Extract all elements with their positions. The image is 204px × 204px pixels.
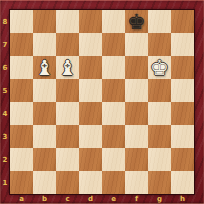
square-e4[interactable]: [102, 102, 125, 125]
square-e3[interactable]: [102, 125, 125, 148]
square-g5[interactable]: [148, 79, 171, 102]
square-h8[interactable]: [171, 10, 194, 33]
square-g2[interactable]: [148, 148, 171, 171]
square-b5[interactable]: [33, 79, 56, 102]
square-c8[interactable]: [56, 10, 79, 33]
square-g3[interactable]: [148, 125, 171, 148]
file-label-a: a: [10, 194, 33, 204]
square-a7[interactable]: [10, 33, 33, 56]
square-h5[interactable]: [171, 79, 194, 102]
square-h7[interactable]: [171, 33, 194, 56]
square-h2[interactable]: [171, 148, 194, 171]
file-label-h: h: [171, 194, 194, 204]
square-a5[interactable]: [10, 79, 33, 102]
square-c5[interactable]: [56, 79, 79, 102]
square-a6[interactable]: [10, 56, 33, 79]
white-bishop[interactable]: ♝: [33, 56, 56, 79]
square-a2[interactable]: [10, 148, 33, 171]
black-king[interactable]: ♚: [125, 10, 148, 33]
rank-label-2: 2: [0, 148, 10, 171]
board-squares: ♚♝♝♚: [10, 10, 194, 194]
square-c6[interactable]: ♝: [56, 56, 79, 79]
square-f7[interactable]: [125, 33, 148, 56]
rank-label-6: 6: [0, 56, 10, 79]
square-e6[interactable]: [102, 56, 125, 79]
file-label-b: b: [33, 194, 56, 204]
square-d5[interactable]: [79, 79, 102, 102]
white-bishop[interactable]: ♝: [56, 56, 79, 79]
square-d1[interactable]: [79, 171, 102, 194]
square-g1[interactable]: [148, 171, 171, 194]
square-c7[interactable]: [56, 33, 79, 56]
square-d7[interactable]: [79, 33, 102, 56]
rank-label-4: 4: [0, 102, 10, 125]
square-f6[interactable]: [125, 56, 148, 79]
square-b2[interactable]: [33, 148, 56, 171]
chessboard: ♚♝♝♚ 87654321abcdefgh: [0, 0, 204, 204]
square-f8[interactable]: ♚: [125, 10, 148, 33]
square-b1[interactable]: [33, 171, 56, 194]
square-d2[interactable]: [79, 148, 102, 171]
square-b7[interactable]: [33, 33, 56, 56]
square-d3[interactable]: [79, 125, 102, 148]
square-c1[interactable]: [56, 171, 79, 194]
square-f3[interactable]: [125, 125, 148, 148]
square-d6[interactable]: [79, 56, 102, 79]
square-h3[interactable]: [171, 125, 194, 148]
square-c3[interactable]: [56, 125, 79, 148]
file-label-f: f: [125, 194, 148, 204]
rank-label-5: 5: [0, 79, 10, 102]
square-e7[interactable]: [102, 33, 125, 56]
file-label-c: c: [56, 194, 79, 204]
square-b6[interactable]: ♝: [33, 56, 56, 79]
file-label-e: e: [102, 194, 125, 204]
square-b4[interactable]: [33, 102, 56, 125]
file-label-g: g: [148, 194, 171, 204]
square-e5[interactable]: [102, 79, 125, 102]
square-d8[interactable]: [79, 10, 102, 33]
square-c2[interactable]: [56, 148, 79, 171]
square-f1[interactable]: [125, 171, 148, 194]
square-a1[interactable]: [10, 171, 33, 194]
square-d4[interactable]: [79, 102, 102, 125]
square-h4[interactable]: [171, 102, 194, 125]
square-g7[interactable]: [148, 33, 171, 56]
square-f5[interactable]: [125, 79, 148, 102]
square-e1[interactable]: [102, 171, 125, 194]
square-b3[interactable]: [33, 125, 56, 148]
square-a4[interactable]: [10, 102, 33, 125]
square-f4[interactable]: [125, 102, 148, 125]
rank-label-1: 1: [0, 171, 10, 194]
square-a8[interactable]: [10, 10, 33, 33]
white-king[interactable]: ♚: [148, 56, 171, 79]
rank-label-3: 3: [0, 125, 10, 148]
square-g6[interactable]: ♚: [148, 56, 171, 79]
square-h1[interactable]: [171, 171, 194, 194]
rank-label-7: 7: [0, 33, 10, 56]
square-a3[interactable]: [10, 125, 33, 148]
square-f2[interactable]: [125, 148, 148, 171]
square-e8[interactable]: [102, 10, 125, 33]
square-h6[interactable]: [171, 56, 194, 79]
square-b8[interactable]: [33, 10, 56, 33]
file-label-d: d: [79, 194, 102, 204]
square-c4[interactable]: [56, 102, 79, 125]
square-e2[interactable]: [102, 148, 125, 171]
square-g8[interactable]: [148, 10, 171, 33]
rank-label-8: 8: [0, 10, 10, 33]
square-g4[interactable]: [148, 102, 171, 125]
